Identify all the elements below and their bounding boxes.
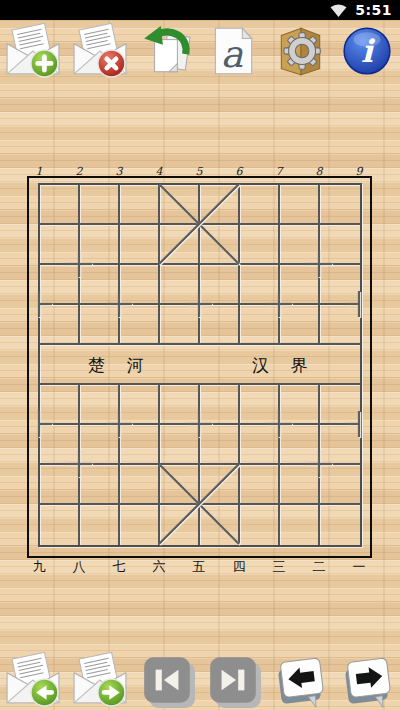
board-cell[interactable] [80,465,120,505]
envelope-arrow-right-icon [72,652,128,708]
status-time: 5:51 [355,2,392,18]
letter-a-glyph: a [221,32,244,76]
board-cell[interactable] [80,425,120,465]
board-cell[interactable] [120,505,160,545]
board-column-label-cn: 三 [269,558,289,576]
info-circle-icon: i [339,23,395,79]
board-cell[interactable] [80,265,120,305]
board-cell[interactable] [40,185,80,225]
board-cell[interactable] [320,265,360,305]
previous-move-button[interactable] [272,652,328,708]
settings-button[interactable] [272,23,328,79]
board-cell[interactable] [160,345,200,385]
board-column-label-cn: 九 [29,558,49,576]
board-cell[interactable] [40,305,80,345]
skip-to-end-icon [205,652,261,708]
next-move-button[interactable] [339,652,395,708]
board-cell[interactable] [80,305,120,345]
board-cell[interactable] [40,265,80,305]
board-cell[interactable] [40,345,80,385]
skip-to-start-icon [139,652,195,708]
note-arrow-right-icon [339,652,395,708]
board-cell[interactable] [200,305,240,345]
board-cell[interactable] [320,385,360,425]
note-arrow-left-icon [272,652,328,708]
board-cell[interactable] [120,265,160,305]
board-cell[interactable] [80,225,120,265]
folder-gear-icon [272,23,328,79]
board-cell[interactable] [80,345,120,385]
board-column-label: 1 [29,165,49,178]
top-toolbar: a [0,21,400,81]
board-cell[interactable] [320,185,360,225]
board-cell[interactable] [160,265,200,305]
font-settings-button[interactable]: a [205,23,261,79]
board-cell[interactable] [160,305,200,345]
board-cell[interactable] [80,185,120,225]
board-cell[interactable] [80,505,120,545]
board-column-label: 7 [269,165,289,178]
board-column-label: 5 [189,165,209,178]
board-cell[interactable] [240,305,280,345]
page-letter-a-icon: a [205,23,261,79]
board-cell[interactable] [320,345,360,385]
board-cell[interactable] [280,185,320,225]
board-cell[interactable] [280,425,320,465]
board-area: 楚 河 汉 界 123456789九八七六五四三二一 [27,176,372,558]
board-column-label-cn: 四 [229,558,249,576]
board-cell[interactable] [40,225,80,265]
undo-button[interactable] [139,23,195,79]
board-column-label-cn: 七 [109,558,129,576]
board-cell[interactable] [120,225,160,265]
board-cell[interactable] [160,225,200,265]
board-cell[interactable] [320,425,360,465]
board-cell[interactable] [120,305,160,345]
delete-game-button[interactable] [72,23,128,79]
board-cell[interactable] [240,225,280,265]
board-column-label-cn: 五 [189,558,209,576]
page-undo-arrow-icon [139,23,195,79]
board-cell[interactable] [40,425,80,465]
board-cell[interactable] [280,225,320,265]
board-cell[interactable] [240,185,280,225]
app-screen: 5:51 [0,0,400,710]
board-cell[interactable] [200,425,240,465]
previous-game-button[interactable] [5,652,61,708]
board-cell[interactable] [120,425,160,465]
board-column-label: 3 [109,165,129,178]
next-game-button[interactable] [72,652,128,708]
board-column-label-cn: 六 [149,558,169,576]
bottom-toolbar [0,650,400,710]
board-column-label: 6 [229,165,249,178]
status-bar: 5:51 [0,0,400,20]
board-cell[interactable] [120,185,160,225]
board-cell[interactable] [240,385,280,425]
board-cell[interactable] [80,385,120,425]
board-cell[interactable] [240,465,280,505]
board-cell[interactable] [160,465,200,505]
board-cell[interactable] [320,465,360,505]
board-cell[interactable] [120,385,160,425]
board-cell[interactable] [40,385,80,425]
board-cell[interactable] [240,345,280,385]
board-cell[interactable] [160,385,200,425]
envelope-cross-icon [72,23,128,79]
new-game-button[interactable] [5,23,61,79]
board-cell[interactable] [200,385,240,425]
board-cell[interactable] [200,465,240,505]
board-cell[interactable] [200,185,240,225]
board-cell[interactable] [240,425,280,465]
board-cell[interactable] [280,265,320,305]
board-column-label-cn: 一 [349,558,369,576]
board-cell[interactable] [160,505,200,545]
board-cell[interactable] [240,505,280,545]
board-grid[interactable]: 楚 河 汉 界 [38,183,362,547]
board-column-label-cn: 二 [309,558,329,576]
board-column-label: 8 [309,165,329,178]
board-column-label-cn: 八 [69,558,89,576]
board-cell[interactable] [160,185,200,225]
board-cell[interactable] [40,505,80,545]
board-cell[interactable] [320,225,360,265]
board-cell[interactable] [120,345,160,385]
board-cell[interactable] [320,505,360,545]
wifi-icon [329,3,348,18]
board-cell[interactable] [240,265,280,305]
about-button[interactable]: i [339,23,395,79]
board-cell[interactable] [120,465,160,505]
board-cell[interactable] [200,225,240,265]
board-cell[interactable] [200,505,240,545]
board-cell[interactable] [200,265,240,305]
board-cell[interactable] [320,305,360,345]
board-cell[interactable] [40,465,80,505]
board-cell[interactable] [280,385,320,425]
board-cell[interactable] [280,465,320,505]
envelope-plus-icon [5,23,61,79]
board-column-label: 4 [149,165,169,178]
board-cell[interactable] [200,345,240,385]
board-column-label: 9 [349,165,369,178]
go-to-end-button[interactable] [205,652,261,708]
board-column-label: 2 [69,165,89,178]
board-cell[interactable] [280,505,320,545]
board-cell[interactable] [280,305,320,345]
board-cell[interactable] [280,345,320,385]
board-cell[interactable] [160,425,200,465]
envelope-arrow-left-icon [5,652,61,708]
go-to-start-button[interactable] [139,652,195,708]
